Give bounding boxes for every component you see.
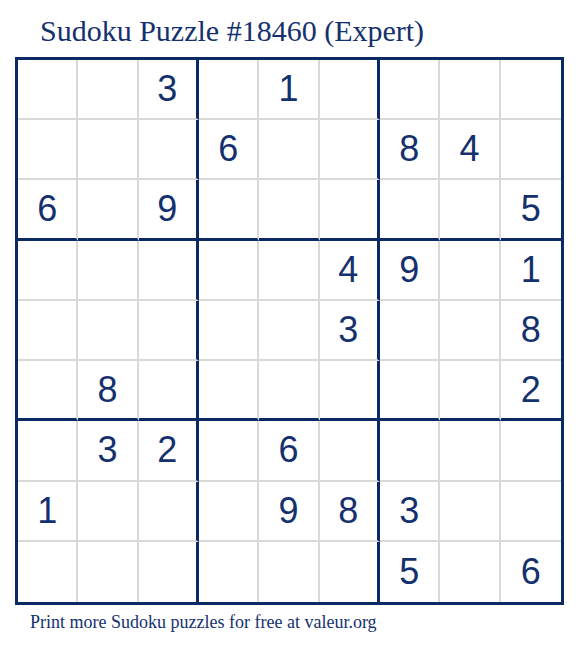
- cell-r8c4[interactable]: [199, 482, 259, 542]
- cell-r3c1[interactable]: 6: [18, 180, 78, 240]
- cell-r5c8[interactable]: [440, 301, 500, 361]
- cell-r6c5[interactable]: [259, 361, 319, 421]
- cell-r7c2[interactable]: 3: [78, 421, 138, 481]
- cell-r2c5[interactable]: [259, 120, 319, 180]
- cell-r4c3[interactable]: [139, 241, 199, 301]
- cell-r7c9[interactable]: [501, 421, 561, 481]
- cell-r5c2[interactable]: [78, 301, 138, 361]
- cell-r9c2[interactable]: [78, 542, 138, 602]
- cell-r9c8[interactable]: [440, 542, 500, 602]
- cell-r5c1[interactable]: [18, 301, 78, 361]
- cell-r8c3[interactable]: [139, 482, 199, 542]
- cell-r5c3[interactable]: [139, 301, 199, 361]
- cell-r2c9[interactable]: [501, 120, 561, 180]
- cell-r9c3[interactable]: [139, 542, 199, 602]
- cell-r5c7[interactable]: [380, 301, 440, 361]
- cell-r1c7[interactable]: [380, 60, 440, 120]
- page-title: Sudoku Puzzle #18460 (Expert): [40, 14, 424, 48]
- cell-r4c9[interactable]: 1: [501, 241, 561, 301]
- cell-r8c5[interactable]: 9: [259, 482, 319, 542]
- cell-r1c3[interactable]: 3: [139, 60, 199, 120]
- cell-r8c1[interactable]: 1: [18, 482, 78, 542]
- cell-r2c3[interactable]: [139, 120, 199, 180]
- cell-r5c9[interactable]: 8: [501, 301, 561, 361]
- cell-r7c3[interactable]: 2: [139, 421, 199, 481]
- cell-r4c2[interactable]: [78, 241, 138, 301]
- cell-r7c6[interactable]: [320, 421, 380, 481]
- cell-r8c6[interactable]: 8: [320, 482, 380, 542]
- cell-r9c4[interactable]: [199, 542, 259, 602]
- cell-r4c8[interactable]: [440, 241, 500, 301]
- cell-r6c7[interactable]: [380, 361, 440, 421]
- cell-r8c9[interactable]: [501, 482, 561, 542]
- cell-r5c6[interactable]: 3: [320, 301, 380, 361]
- cell-r4c7[interactable]: 9: [380, 241, 440, 301]
- cell-r3c3[interactable]: 9: [139, 180, 199, 240]
- cell-r6c2[interactable]: 8: [78, 361, 138, 421]
- cell-r9c9[interactable]: 6: [501, 542, 561, 602]
- cell-r8c8[interactable]: [440, 482, 500, 542]
- cell-r5c4[interactable]: [199, 301, 259, 361]
- cell-r4c6[interactable]: 4: [320, 241, 380, 301]
- cell-r1c1[interactable]: [18, 60, 78, 120]
- cell-r6c3[interactable]: [139, 361, 199, 421]
- cell-r1c2[interactable]: [78, 60, 138, 120]
- cell-r4c1[interactable]: [18, 241, 78, 301]
- cell-r8c2[interactable]: [78, 482, 138, 542]
- cell-r3c4[interactable]: [199, 180, 259, 240]
- cell-r9c1[interactable]: [18, 542, 78, 602]
- cell-r9c5[interactable]: [259, 542, 319, 602]
- cell-r4c4[interactable]: [199, 241, 259, 301]
- cell-r1c5[interactable]: 1: [259, 60, 319, 120]
- cell-r4c5[interactable]: [259, 241, 319, 301]
- cell-r6c8[interactable]: [440, 361, 500, 421]
- cell-r7c7[interactable]: [380, 421, 440, 481]
- sudoku-grid: 316846954913882326198356: [15, 57, 564, 605]
- cell-r6c6[interactable]: [320, 361, 380, 421]
- cell-r2c4[interactable]: 6: [199, 120, 259, 180]
- cell-r3c5[interactable]: [259, 180, 319, 240]
- cell-r3c6[interactable]: [320, 180, 380, 240]
- cell-r3c8[interactable]: [440, 180, 500, 240]
- cell-r5c5[interactable]: [259, 301, 319, 361]
- cell-r8c7[interactable]: 3: [380, 482, 440, 542]
- cell-r2c8[interactable]: 4: [440, 120, 500, 180]
- cell-r2c2[interactable]: [78, 120, 138, 180]
- footer-text: Print more Sudoku puzzles for free at va…: [30, 611, 377, 633]
- cell-r9c6[interactable]: [320, 542, 380, 602]
- cell-r2c7[interactable]: 8: [380, 120, 440, 180]
- cell-r7c5[interactable]: 6: [259, 421, 319, 481]
- cell-r1c8[interactable]: [440, 60, 500, 120]
- cell-r7c1[interactable]: [18, 421, 78, 481]
- cell-r1c9[interactable]: [501, 60, 561, 120]
- cell-r7c8[interactable]: [440, 421, 500, 481]
- cell-r3c7[interactable]: [380, 180, 440, 240]
- cell-r3c9[interactable]: 5: [501, 180, 561, 240]
- cell-r7c4[interactable]: [199, 421, 259, 481]
- cell-r6c9[interactable]: 2: [501, 361, 561, 421]
- cell-r3c2[interactable]: [78, 180, 138, 240]
- cell-r2c6[interactable]: [320, 120, 380, 180]
- cell-r1c4[interactable]: [199, 60, 259, 120]
- cell-r2c1[interactable]: [18, 120, 78, 180]
- cell-r9c7[interactable]: 5: [380, 542, 440, 602]
- cell-r6c1[interactable]: [18, 361, 78, 421]
- cell-r1c6[interactable]: [320, 60, 380, 120]
- cell-r6c4[interactable]: [199, 361, 259, 421]
